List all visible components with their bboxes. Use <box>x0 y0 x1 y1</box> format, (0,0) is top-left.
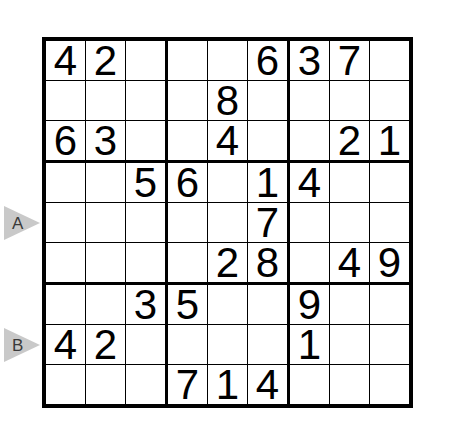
cell-r9c8[interactable] <box>330 365 370 404</box>
cell-r5c1[interactable] <box>46 203 86 243</box>
cell-r4c8[interactable] <box>330 163 370 203</box>
cell-r5c4[interactable] <box>168 203 208 243</box>
cell-r3c3[interactable] <box>126 121 168 163</box>
cell-r8c7: 1 <box>290 325 330 365</box>
cell-r8c1: 4 <box>46 325 86 365</box>
cell-r4c9[interactable] <box>370 163 409 203</box>
cell-r9c1[interactable] <box>46 365 86 404</box>
cell-r7c9[interactable] <box>370 285 409 325</box>
cell-r6c8: 4 <box>330 243 370 285</box>
cell-r3c1: 6 <box>46 121 86 163</box>
cell-r9c7[interactable] <box>290 365 330 404</box>
cell-r2c8[interactable] <box>330 81 370 121</box>
cell-r5c2[interactable] <box>86 203 126 243</box>
cell-r8c8[interactable] <box>330 325 370 365</box>
row-marker-b: B <box>4 328 40 362</box>
cell-r2c1[interactable] <box>46 81 86 121</box>
cell-r5c5[interactable] <box>208 203 248 243</box>
cell-r7c3: 3 <box>126 285 168 325</box>
cell-r5c9[interactable] <box>370 203 409 243</box>
cell-r7c8[interactable] <box>330 285 370 325</box>
cell-r7c7: 9 <box>290 285 330 325</box>
cell-r8c2: 2 <box>86 325 126 365</box>
cell-r1c5[interactable] <box>208 41 248 81</box>
cell-r1c4[interactable] <box>168 41 208 81</box>
cell-r6c7[interactable] <box>290 243 330 285</box>
cell-r4c7: 4 <box>290 163 330 203</box>
cell-r1c1: 4 <box>46 41 86 81</box>
cell-r1c3[interactable] <box>126 41 168 81</box>
cell-r3c6[interactable] <box>248 121 290 163</box>
cell-r4c1[interactable] <box>46 163 86 203</box>
cell-r6c3[interactable] <box>126 243 168 285</box>
cell-r6c6: 8 <box>248 243 290 285</box>
cell-r6c9: 9 <box>370 243 409 285</box>
cell-r9c5: 1 <box>208 365 248 404</box>
cell-r7c4: 5 <box>168 285 208 325</box>
cell-r9c4: 7 <box>168 365 208 404</box>
cell-r8c9[interactable] <box>370 325 409 365</box>
cell-r5c7[interactable] <box>290 203 330 243</box>
cell-r1c8: 7 <box>330 41 370 81</box>
cell-r2c5: 8 <box>208 81 248 121</box>
cell-r9c2[interactable] <box>86 365 126 404</box>
cell-r6c4[interactable] <box>168 243 208 285</box>
cell-r9c3[interactable] <box>126 365 168 404</box>
cell-r1c9[interactable] <box>370 41 409 81</box>
cell-r7c2[interactable] <box>86 285 126 325</box>
cell-r5c3[interactable] <box>126 203 168 243</box>
cell-r5c8[interactable] <box>330 203 370 243</box>
cell-r4c2[interactable] <box>86 163 126 203</box>
cell-r8c6[interactable] <box>248 325 290 365</box>
row-marker-b-label: B <box>12 337 23 354</box>
cell-r6c2[interactable] <box>86 243 126 285</box>
cell-r2c3[interactable] <box>126 81 168 121</box>
cell-r3c8: 2 <box>330 121 370 163</box>
cell-r2c2[interactable] <box>86 81 126 121</box>
cell-r2c9[interactable] <box>370 81 409 121</box>
cell-r5c6: 7 <box>248 203 290 243</box>
cell-r3c7[interactable] <box>290 121 330 163</box>
cell-r3c5: 4 <box>208 121 248 163</box>
cell-r4c3: 5 <box>126 163 168 203</box>
cell-r8c3[interactable] <box>126 325 168 365</box>
cell-r9c9[interactable] <box>370 365 409 404</box>
cell-r2c7[interactable] <box>290 81 330 121</box>
cell-r2c6[interactable] <box>248 81 290 121</box>
cell-r3c4[interactable] <box>168 121 208 163</box>
row-marker-a-label: A <box>12 215 23 232</box>
cell-r6c1[interactable] <box>46 243 86 285</box>
cell-r1c2: 2 <box>86 41 126 81</box>
cell-r8c4[interactable] <box>168 325 208 365</box>
sudoku-board: 42637863421561472849359421714 <box>42 37 413 408</box>
cell-r3c2: 3 <box>86 121 126 163</box>
cell-r1c6: 6 <box>248 41 290 81</box>
page: A B 42637863421561472849359421714 <box>0 0 456 448</box>
cell-r4c4: 6 <box>168 163 208 203</box>
cell-r3c9: 1 <box>370 121 409 163</box>
cell-r7c6[interactable] <box>248 285 290 325</box>
cell-r7c1[interactable] <box>46 285 86 325</box>
cell-r4c6: 1 <box>248 163 290 203</box>
cell-r9c6: 4 <box>248 365 290 404</box>
cell-r1c7: 3 <box>290 41 330 81</box>
cell-r7c5[interactable] <box>208 285 248 325</box>
cell-r2c4[interactable] <box>168 81 208 121</box>
cell-r4c5[interactable] <box>208 163 248 203</box>
row-marker-a: A <box>4 206 40 240</box>
cell-r6c5: 2 <box>208 243 248 285</box>
cell-r8c5[interactable] <box>208 325 248 365</box>
